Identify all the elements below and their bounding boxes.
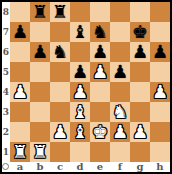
square-h2[interactable] — [150, 122, 170, 142]
square-a6[interactable] — [10, 42, 30, 62]
square-e7[interactable]: ♞ — [90, 22, 110, 42]
square-e4[interactable] — [90, 82, 110, 102]
square-g8[interactable] — [130, 2, 150, 22]
white-pawn: ♟ — [150, 82, 170, 102]
rank-label-3: 3 — [2, 102, 10, 122]
square-d3[interactable]: ♝ — [70, 102, 90, 122]
square-b2[interactable] — [30, 122, 50, 142]
square-e1[interactable] — [90, 142, 110, 162]
square-b8[interactable]: ♜ — [30, 2, 50, 22]
white-pawn: ♟ — [110, 122, 130, 142]
rank-label-2: 2 — [2, 122, 10, 142]
square-a1[interactable]: ♜ — [10, 142, 30, 162]
square-e8[interactable] — [90, 2, 110, 22]
square-e5[interactable]: ♟ — [90, 62, 110, 82]
file-label-a: a — [10, 162, 30, 172]
square-d5[interactable]: ♟ — [70, 62, 90, 82]
square-e3[interactable] — [90, 102, 110, 122]
white-rook: ♜ — [10, 142, 30, 162]
white-pawn: ♟ — [10, 82, 30, 102]
black-pawn: ♟ — [150, 42, 170, 62]
black-king: ♚ — [130, 22, 150, 42]
square-a7[interactable]: ♟ — [10, 22, 30, 42]
square-h6[interactable]: ♟ — [150, 42, 170, 62]
black-pawn: ♟ — [90, 42, 110, 62]
file-labels: abcdefgh — [10, 162, 170, 172]
square-d2[interactable]: ♝ — [70, 122, 90, 142]
chess-diagram: 87654321 ♜♜♟♝♞♚♟♞♟♟♟♟♟♟♟♟♟♝♞♟♝♚♟♟♜♜ abcd… — [0, 0, 172, 174]
square-b1[interactable]: ♜ — [30, 142, 50, 162]
square-e6[interactable]: ♟ — [90, 42, 110, 62]
square-b5[interactable] — [30, 62, 50, 82]
square-d1[interactable] — [70, 142, 90, 162]
square-h5[interactable] — [150, 62, 170, 82]
chess-board: ♜♜♟♝♞♚♟♞♟♟♟♟♟♟♟♟♟♝♞♟♝♚♟♟♜♜ — [10, 2, 170, 162]
square-b4[interactable] — [30, 82, 50, 102]
white-pawn: ♟ — [50, 122, 70, 142]
square-c2[interactable]: ♟ — [50, 122, 70, 142]
white-king: ♚ — [90, 122, 110, 142]
square-g2[interactable]: ♟ — [130, 122, 150, 142]
white-knight: ♞ — [110, 102, 130, 122]
file-label-h: h — [150, 162, 170, 172]
square-f3[interactable]: ♞ — [110, 102, 130, 122]
square-c7[interactable] — [50, 22, 70, 42]
square-d6[interactable] — [70, 42, 90, 62]
black-knight: ♞ — [90, 22, 110, 42]
black-pawn: ♟ — [70, 62, 90, 82]
rank-labels: 87654321 — [2, 2, 10, 162]
white-to-move-indicator — [2, 163, 9, 170]
square-g5[interactable] — [130, 62, 150, 82]
square-b7[interactable] — [30, 22, 50, 42]
white-rook: ♜ — [30, 142, 50, 162]
square-h1[interactable] — [150, 142, 170, 162]
black-pawn: ♟ — [110, 62, 130, 82]
square-h7[interactable] — [150, 22, 170, 42]
square-a3[interactable] — [10, 102, 30, 122]
square-c8[interactable]: ♜ — [50, 2, 70, 22]
square-b6[interactable]: ♟ — [30, 42, 50, 62]
square-d7[interactable]: ♝ — [70, 22, 90, 42]
rank-label-1: 1 — [2, 142, 10, 162]
file-label-b: b — [30, 162, 50, 172]
file-label-g: g — [130, 162, 150, 172]
square-h8[interactable] — [150, 2, 170, 22]
white-pawn: ♟ — [70, 82, 90, 102]
square-f2[interactable]: ♟ — [110, 122, 130, 142]
black-bishop: ♝ — [70, 22, 90, 42]
black-pawn: ♟ — [10, 22, 30, 42]
black-knight: ♞ — [50, 42, 70, 62]
square-f6[interactable] — [110, 42, 130, 62]
square-c6[interactable]: ♞ — [50, 42, 70, 62]
white-pawn: ♟ — [90, 62, 110, 82]
black-pawn: ♟ — [30, 42, 50, 62]
square-a2[interactable] — [10, 122, 30, 142]
square-f8[interactable] — [110, 2, 130, 22]
rank-label-8: 8 — [2, 2, 10, 22]
square-e2[interactable]: ♚ — [90, 122, 110, 142]
rank-label-5: 5 — [2, 62, 10, 82]
square-d8[interactable] — [70, 2, 90, 22]
square-h3[interactable] — [150, 102, 170, 122]
file-label-e: e — [90, 162, 110, 172]
rank-label-7: 7 — [2, 22, 10, 42]
white-bishop: ♝ — [70, 102, 90, 122]
square-d4[interactable]: ♟ — [70, 82, 90, 102]
square-g6[interactable]: ♟ — [130, 42, 150, 62]
square-f1[interactable] — [110, 142, 130, 162]
square-f4[interactable] — [110, 82, 130, 102]
square-c1[interactable] — [50, 142, 70, 162]
file-label-d: d — [70, 162, 90, 172]
square-f5[interactable]: ♟ — [110, 62, 130, 82]
rank-label-6: 6 — [2, 42, 10, 62]
square-g4[interactable] — [130, 82, 150, 102]
black-rook: ♜ — [50, 2, 70, 22]
square-c4[interactable] — [50, 82, 70, 102]
square-a5[interactable] — [10, 62, 30, 82]
square-c3[interactable] — [50, 102, 70, 122]
square-g1[interactable] — [130, 142, 150, 162]
square-g3[interactable] — [130, 102, 150, 122]
file-label-c: c — [50, 162, 70, 172]
rank-label-4: 4 — [2, 82, 10, 102]
square-h4[interactable]: ♟ — [150, 82, 170, 102]
square-a8[interactable] — [10, 2, 30, 22]
square-b3[interactable] — [30, 102, 50, 122]
white-bishop: ♝ — [70, 122, 90, 142]
white-pawn: ♟ — [130, 122, 150, 142]
square-c5[interactable] — [50, 62, 70, 82]
black-rook: ♜ — [30, 2, 50, 22]
diagram-inner: 87654321 ♜♜♟♝♞♚♟♞♟♟♟♟♟♟♟♟♟♝♞♟♝♚♟♟♜♜ abcd… — [2, 2, 170, 172]
black-pawn: ♟ — [130, 42, 150, 62]
square-f7[interactable] — [110, 22, 130, 42]
square-g7[interactable]: ♚ — [130, 22, 150, 42]
square-a4[interactable]: ♟ — [10, 82, 30, 102]
file-label-f: f — [110, 162, 130, 172]
